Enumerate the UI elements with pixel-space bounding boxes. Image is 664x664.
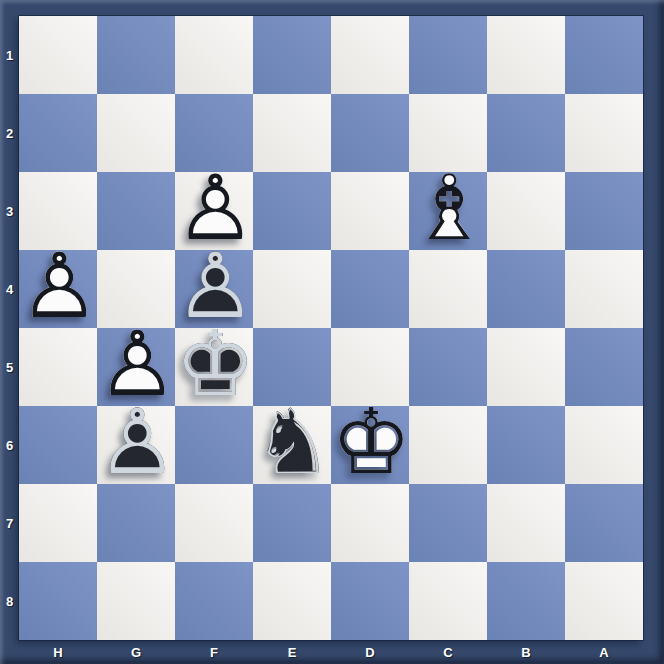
square-g1[interactable] [97, 16, 175, 94]
square-f6[interactable] [175, 406, 253, 484]
square-d2[interactable] [331, 94, 409, 172]
square-c7[interactable] [409, 484, 487, 562]
square-g7[interactable] [97, 484, 175, 562]
rank-label-2: 2 [0, 94, 19, 172]
square-c1[interactable] [409, 16, 487, 94]
square-f7[interactable] [175, 484, 253, 562]
square-h7[interactable] [19, 484, 97, 562]
file-label-a: A [565, 640, 643, 664]
square-b4[interactable] [487, 250, 565, 328]
black-knight-outline-icon: ♘ [253, 406, 331, 484]
square-f8[interactable] [175, 562, 253, 640]
square-h1[interactable] [19, 16, 97, 94]
square-a1[interactable] [565, 16, 643, 94]
rank-label-1: 1 [0, 16, 19, 94]
white-king-outline-icon: ♔ [331, 406, 409, 484]
square-e2[interactable] [253, 94, 331, 172]
rank-label-4: 4 [0, 250, 19, 328]
square-b6[interactable] [487, 406, 565, 484]
square-d8[interactable] [331, 562, 409, 640]
square-a4[interactable] [565, 250, 643, 328]
file-labels: HGFEDCBA [19, 640, 643, 664]
rank-label-5: 5 [0, 328, 19, 406]
chess-board: ♚♔♝♗♟♙♟♙♟♙♚♔♞♘♟♙♟♙ [19, 16, 643, 640]
file-label-g: G [97, 640, 175, 664]
square-d4[interactable] [331, 250, 409, 328]
square-g3[interactable] [97, 172, 175, 250]
square-e4[interactable] [253, 250, 331, 328]
square-a5[interactable] [565, 328, 643, 406]
square-a2[interactable] [565, 94, 643, 172]
square-f1[interactable] [175, 16, 253, 94]
square-h8[interactable] [19, 562, 97, 640]
square-b1[interactable] [487, 16, 565, 94]
file-label-b: B [487, 640, 565, 664]
square-c6[interactable] [409, 406, 487, 484]
rank-label-8: 8 [0, 562, 19, 640]
square-a6[interactable] [565, 406, 643, 484]
white-bishop-outline-icon: ♗ [409, 172, 487, 250]
rank-labels: 12345678 [0, 16, 19, 640]
black-king[interactable]: ♚♔ [175, 328, 253, 406]
square-b3[interactable] [487, 172, 565, 250]
square-g8[interactable] [97, 562, 175, 640]
square-c4[interactable] [409, 250, 487, 328]
square-d3[interactable] [331, 172, 409, 250]
white-pawn-outline-icon: ♙ [19, 250, 97, 328]
square-a7[interactable] [565, 484, 643, 562]
black-king-outline-icon: ♔ [175, 328, 253, 406]
black-knight[interactable]: ♞♘ [253, 406, 331, 484]
square-b7[interactable] [487, 484, 565, 562]
square-e1[interactable] [253, 16, 331, 94]
black-pawn[interactable]: ♟♙ [97, 406, 175, 484]
square-h6[interactable] [19, 406, 97, 484]
square-g2[interactable] [97, 94, 175, 172]
square-b8[interactable] [487, 562, 565, 640]
square-d7[interactable] [331, 484, 409, 562]
rank-label-3: 3 [0, 172, 19, 250]
square-b5[interactable] [487, 328, 565, 406]
file-label-d: D [331, 640, 409, 664]
square-h5[interactable] [19, 328, 97, 406]
black-pawn[interactable]: ♟♙ [175, 250, 253, 328]
file-label-f: F [175, 640, 253, 664]
square-a3[interactable] [565, 172, 643, 250]
square-e3[interactable] [253, 172, 331, 250]
board-frame: ♚♔♝♗♟♙♟♙♟♙♚♔♞♘♟♙♟♙ 12345678 HGFEDCBA [0, 0, 664, 664]
square-e8[interactable] [253, 562, 331, 640]
square-a8[interactable] [565, 562, 643, 640]
square-c5[interactable] [409, 328, 487, 406]
square-c8[interactable] [409, 562, 487, 640]
white-bishop[interactable]: ♝♗ [409, 172, 487, 250]
square-e7[interactable] [253, 484, 331, 562]
white-king[interactable]: ♚♔ [331, 406, 409, 484]
file-label-h: H [19, 640, 97, 664]
white-pawn[interactable]: ♟♙ [19, 250, 97, 328]
black-pawn-outline-icon: ♙ [175, 250, 253, 328]
square-d1[interactable] [331, 16, 409, 94]
file-label-e: E [253, 640, 331, 664]
square-b2[interactable] [487, 94, 565, 172]
rank-label-7: 7 [0, 484, 19, 562]
black-pawn-outline-icon: ♙ [97, 406, 175, 484]
square-h2[interactable] [19, 94, 97, 172]
file-label-c: C [409, 640, 487, 664]
rank-label-6: 6 [0, 406, 19, 484]
